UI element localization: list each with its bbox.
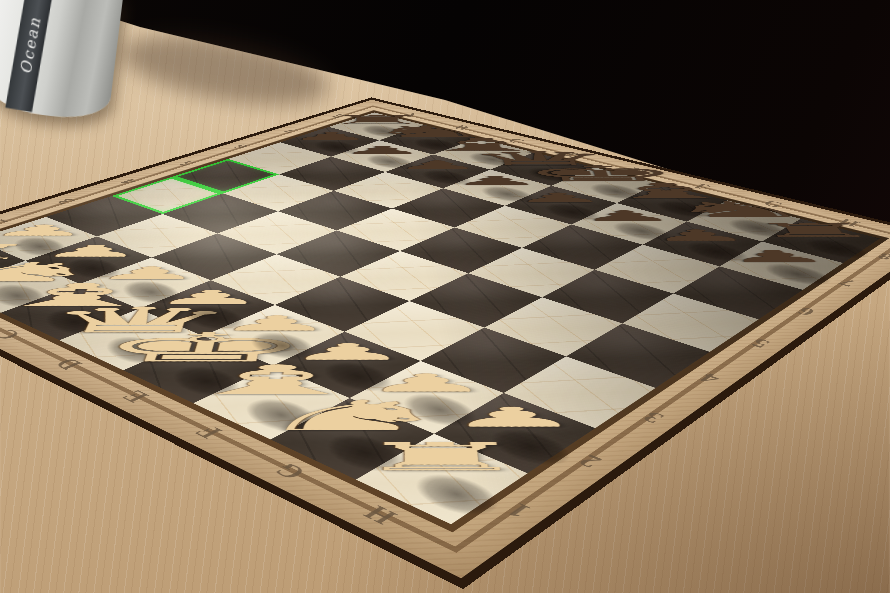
square-g3[interactable] (421, 328, 567, 393)
square-g1[interactable] (271, 398, 435, 480)
square-g4[interactable] (484, 297, 622, 356)
black-pawn-glyph: ♟ (644, 228, 753, 243)
square-f4[interactable] (409, 273, 542, 327)
square-f2[interactable] (273, 332, 421, 398)
coffee-cup: Ocean (0, 0, 123, 123)
square-g2[interactable] (350, 361, 504, 434)
black-pawn-glyph: ♟ (339, 145, 425, 156)
square-h1[interactable] (356, 434, 528, 525)
square-g5[interactable] (542, 270, 673, 324)
cup-text: Ocean (16, 15, 44, 75)
square-d3[interactable] (211, 254, 340, 305)
black-pawn-glyph: ♟ (288, 131, 372, 141)
chess-3d-scene: 1122334455667788AABBCCDDEEFFGGHH ♜♞♝♛♚♝♞… (0, 0, 890, 593)
square-h3[interactable] (504, 356, 656, 428)
black-rook-glyph: ♜ (743, 221, 886, 240)
square-e2[interactable] (203, 305, 345, 366)
square-h5[interactable] (622, 294, 758, 352)
square-f3[interactable] (345, 301, 485, 361)
square-h2[interactable] (434, 393, 595, 473)
black-pawn-glyph: ♟ (575, 209, 679, 223)
square-e3[interactable] (275, 277, 409, 332)
square-d1[interactable] (59, 309, 203, 370)
square-e4[interactable] (340, 251, 468, 301)
black-pawn-glyph: ♟ (450, 175, 543, 187)
square-h6[interactable] (673, 266, 803, 319)
square-h4[interactable] (566, 323, 710, 388)
cup-stripe: Ocean (5, 0, 55, 112)
black-pawn-glyph: ♟ (510, 191, 608, 204)
square-f1[interactable] (193, 366, 349, 440)
black-knight-glyph: ♞ (658, 199, 819, 220)
white-pawn-glyph: ♟ (0, 223, 96, 238)
square-g6[interactable] (595, 245, 720, 294)
black-pawn-glyph: ♟ (393, 159, 482, 171)
square-e1[interactable] (123, 336, 273, 403)
square-f5[interactable] (468, 248, 594, 297)
